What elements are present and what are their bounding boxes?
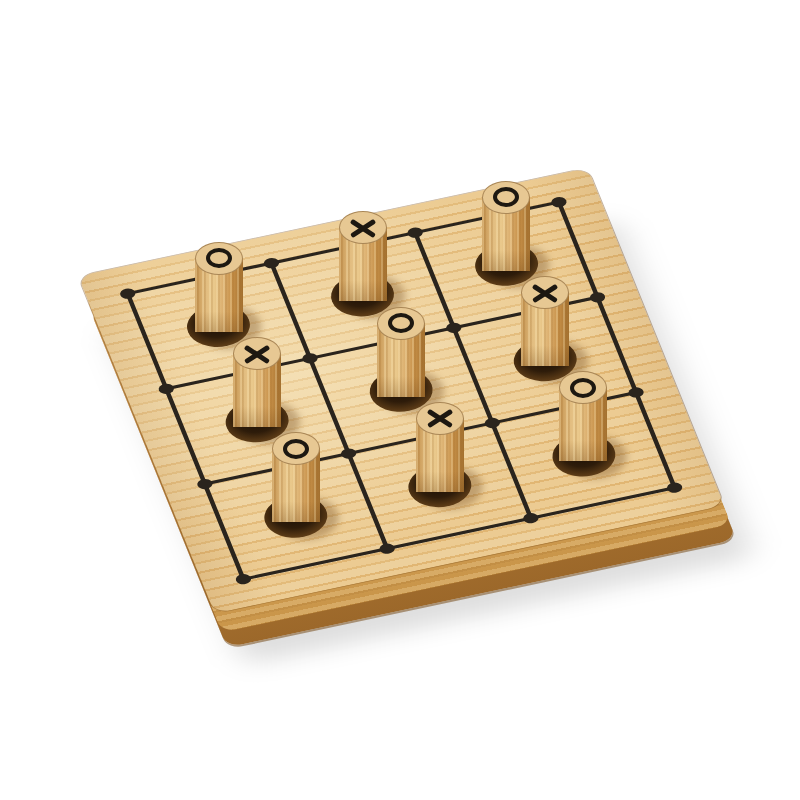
peg-r2c0-o[interactable] — [272, 432, 320, 522]
peg-r2c2-o[interactable] — [559, 371, 607, 461]
grid-dot — [339, 447, 358, 460]
grid-dot — [301, 352, 320, 365]
grid-dot — [627, 386, 646, 399]
o-mark — [283, 439, 309, 459]
peg-r2c1-x[interactable] — [416, 402, 464, 492]
x-mark — [530, 283, 560, 303]
grid-dot — [483, 417, 502, 430]
peg-top — [482, 181, 530, 214]
grid-dot — [444, 321, 463, 334]
peg-r0c0-o[interactable] — [195, 242, 243, 332]
o-mark — [493, 187, 519, 207]
grid-dot — [157, 382, 176, 395]
grid-dot — [234, 573, 253, 586]
grid-dot — [262, 257, 281, 270]
x-mark — [348, 218, 378, 238]
grid-dot — [550, 196, 569, 209]
grid-dot — [665, 481, 684, 494]
product-photo — [0, 0, 800, 800]
grid-dot — [406, 226, 425, 239]
x-mark — [242, 344, 272, 364]
peg-top — [339, 211, 387, 244]
grid-dot — [522, 512, 541, 525]
peg-r0c2-o[interactable] — [482, 181, 530, 271]
peg-top — [521, 276, 569, 309]
grid-dot — [378, 542, 397, 555]
peg-r1c0-x[interactable] — [233, 337, 281, 427]
o-mark — [388, 313, 414, 333]
o-mark — [206, 248, 232, 268]
peg-top — [416, 402, 464, 435]
grid-dot — [118, 287, 137, 300]
peg-r0c1-x[interactable] — [339, 211, 387, 301]
peg-r1c2-x[interactable] — [521, 276, 569, 366]
grid-dot — [588, 291, 607, 304]
x-mark — [425, 408, 455, 428]
o-mark — [570, 378, 596, 398]
grid-dot — [196, 478, 215, 491]
peg-top — [195, 242, 243, 275]
peg-top — [377, 307, 425, 340]
peg-r1c1-o[interactable] — [377, 307, 425, 397]
